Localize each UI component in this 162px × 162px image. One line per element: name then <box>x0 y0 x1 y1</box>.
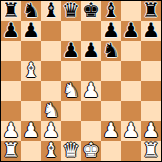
square-d5[interactable] <box>61 61 81 81</box>
square-e6[interactable]: ♟ <box>81 41 101 61</box>
square-h5[interactable] <box>141 61 161 81</box>
square-b6[interactable] <box>21 41 41 61</box>
square-h8[interactable]: ♜ <box>141 1 161 21</box>
square-h4[interactable] <box>141 81 161 101</box>
white-pawn: ♟ <box>142 121 160 140</box>
square-a1[interactable]: ♜ <box>1 141 21 161</box>
square-f5[interactable] <box>101 61 121 81</box>
white-bishop: ♝ <box>42 141 60 160</box>
square-c3[interactable]: ♞ <box>41 101 61 121</box>
square-a8[interactable]: ♜ <box>1 1 21 21</box>
square-g3[interactable] <box>121 101 141 121</box>
white-rook: ♜ <box>2 141 20 160</box>
white-pawn: ♟ <box>22 121 40 140</box>
square-d3[interactable] <box>61 101 81 121</box>
square-f6[interactable]: ♞ <box>101 41 121 61</box>
black-pawn: ♟ <box>142 21 160 40</box>
square-h6[interactable] <box>141 41 161 61</box>
black-pawn: ♟ <box>82 41 100 60</box>
square-b4[interactable] <box>21 81 41 101</box>
square-g8[interactable] <box>121 1 141 21</box>
square-f7[interactable]: ♟ <box>101 21 121 41</box>
square-d2[interactable] <box>61 121 81 141</box>
square-g4[interactable] <box>121 81 141 101</box>
square-a4[interactable] <box>1 81 21 101</box>
square-a6[interactable] <box>1 41 21 61</box>
square-d1[interactable]: ♛ <box>61 141 81 161</box>
white-knight: ♞ <box>42 101 60 120</box>
black-bishop: ♝ <box>42 1 60 20</box>
square-f4[interactable] <box>101 81 121 101</box>
black-knight: ♞ <box>22 1 40 20</box>
square-a7[interactable]: ♟ <box>1 21 21 41</box>
square-b2[interactable]: ♟ <box>21 121 41 141</box>
black-rook: ♜ <box>142 1 160 20</box>
square-b5[interactable]: ♝ <box>21 61 41 81</box>
square-e3[interactable] <box>81 101 101 121</box>
black-knight: ♞ <box>102 41 120 60</box>
square-f2[interactable]: ♟ <box>101 121 121 141</box>
square-c1[interactable]: ♝ <box>41 141 61 161</box>
square-h3[interactable] <box>141 101 161 121</box>
black-pawn: ♟ <box>102 21 120 40</box>
square-e2[interactable] <box>81 121 101 141</box>
square-e8[interactable]: ♚ <box>81 1 101 21</box>
square-d4[interactable]: ♞ <box>61 81 81 101</box>
square-e7[interactable] <box>81 21 101 41</box>
square-e4[interactable]: ♟ <box>81 81 101 101</box>
square-d8[interactable]: ♛ <box>61 1 81 21</box>
white-pawn: ♟ <box>122 121 140 140</box>
square-e1[interactable]: ♚ <box>81 141 101 161</box>
black-pawn: ♟ <box>122 21 140 40</box>
square-g2[interactable]: ♟ <box>121 121 141 141</box>
square-a5[interactable] <box>1 61 21 81</box>
square-c7[interactable] <box>41 21 61 41</box>
black-king: ♚ <box>82 1 100 20</box>
white-bishop: ♝ <box>22 61 40 80</box>
white-pawn: ♟ <box>102 121 120 140</box>
square-g5[interactable] <box>121 61 141 81</box>
square-b1[interactable] <box>21 141 41 161</box>
white-pawn: ♟ <box>82 81 100 100</box>
white-rook: ♜ <box>142 141 160 160</box>
square-d7[interactable] <box>61 21 81 41</box>
square-c8[interactable]: ♝ <box>41 1 61 21</box>
square-c2[interactable]: ♟ <box>41 121 61 141</box>
square-b3[interactable] <box>21 101 41 121</box>
square-e5[interactable] <box>81 61 101 81</box>
square-g1[interactable] <box>121 141 141 161</box>
black-rook: ♜ <box>2 1 20 20</box>
square-g6[interactable] <box>121 41 141 61</box>
white-king: ♚ <box>82 141 100 160</box>
square-c6[interactable] <box>41 41 61 61</box>
black-bishop: ♝ <box>102 1 120 20</box>
square-c4[interactable] <box>41 81 61 101</box>
square-b8[interactable]: ♞ <box>21 1 41 21</box>
white-knight: ♞ <box>62 81 80 100</box>
square-f3[interactable] <box>101 101 121 121</box>
square-g7[interactable]: ♟ <box>121 21 141 41</box>
square-a2[interactable]: ♟ <box>1 121 21 141</box>
square-f1[interactable] <box>101 141 121 161</box>
square-h7[interactable]: ♟ <box>141 21 161 41</box>
square-h2[interactable]: ♟ <box>141 121 161 141</box>
black-pawn: ♟ <box>62 41 80 60</box>
square-d6[interactable]: ♟ <box>61 41 81 61</box>
square-a3[interactable] <box>1 101 21 121</box>
black-pawn: ♟ <box>22 21 40 40</box>
square-f8[interactable]: ♝ <box>101 1 121 21</box>
white-queen: ♛ <box>62 141 80 160</box>
black-queen: ♛ <box>62 1 80 20</box>
white-pawn: ♟ <box>42 121 60 140</box>
square-c5[interactable] <box>41 61 61 81</box>
white-pawn: ♟ <box>2 121 20 140</box>
square-b7[interactable]: ♟ <box>21 21 41 41</box>
chess-board: ♜♞♝♛♚♝♜♟♟♟♟♟♟♟♞♝♞♟♞♟♟♟♟♟♟♜♝♛♚♜ <box>0 0 162 162</box>
black-pawn: ♟ <box>2 21 20 40</box>
square-h1[interactable]: ♜ <box>141 141 161 161</box>
